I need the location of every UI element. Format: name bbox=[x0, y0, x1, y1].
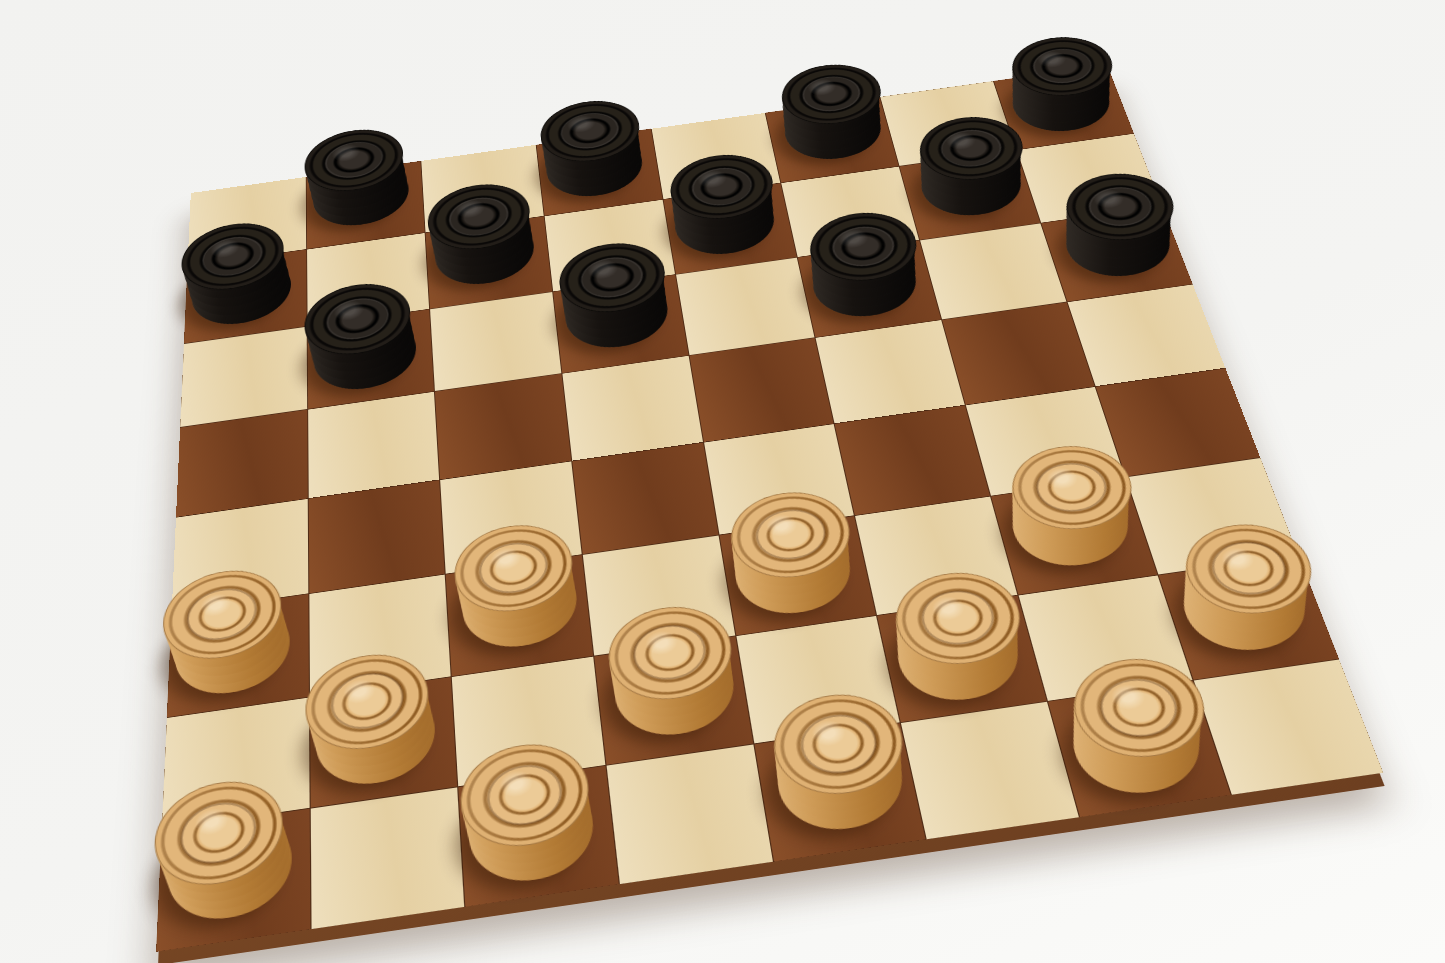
square-r3c3-light bbox=[562, 356, 702, 460]
square-r5c4-dark[interactable] bbox=[719, 516, 876, 635]
square-r6c5-dark[interactable] bbox=[877, 595, 1046, 722]
square-r4c5-dark[interactable] bbox=[835, 405, 990, 515]
square-r7c0-dark[interactable] bbox=[156, 809, 310, 952]
square-r2c3-dark[interactable] bbox=[553, 275, 688, 373]
square-r3c2-dark[interactable] bbox=[435, 374, 571, 479]
checker-light-piece[interactable] bbox=[719, 516, 876, 635]
checker-light-piece[interactable] bbox=[754, 723, 926, 861]
square-r7c1-light bbox=[310, 788, 464, 930]
board-3d-wrapper bbox=[0, 0, 1445, 963]
square-r3c0-dark[interactable] bbox=[176, 410, 307, 517]
square-r7c3-light bbox=[606, 745, 772, 884]
checker-light-piece[interactable] bbox=[167, 594, 309, 717]
checker-light-piece[interactable] bbox=[877, 595, 1046, 722]
checkers-board bbox=[156, 65, 1383, 952]
square-r5c0-dark[interactable] bbox=[167, 594, 309, 717]
square-r7c2-dark[interactable] bbox=[459, 766, 619, 906]
board-3d bbox=[156, 65, 1383, 952]
checker-light-piece[interactable] bbox=[310, 677, 458, 808]
square-r2c4-light bbox=[676, 258, 815, 355]
square-r4c7-dark[interactable] bbox=[1096, 368, 1260, 476]
square-r3c5-light bbox=[816, 320, 965, 423]
checker-light-piece[interactable] bbox=[459, 766, 619, 906]
square-r4c1-dark[interactable] bbox=[308, 480, 445, 594]
checker-light-piece[interactable] bbox=[594, 636, 753, 765]
checker-light-piece[interactable] bbox=[446, 555, 593, 676]
square-r3c4-dark[interactable] bbox=[689, 338, 833, 442]
photo-background bbox=[0, 0, 1445, 963]
square-r6c3-dark[interactable] bbox=[594, 636, 753, 765]
square-r5c2-dark[interactable] bbox=[446, 555, 593, 676]
checker-dark-piece[interactable] bbox=[553, 275, 688, 373]
square-r7c4-dark[interactable] bbox=[754, 723, 926, 861]
checker-light-piece[interactable] bbox=[156, 809, 310, 952]
square-r3c7-light bbox=[1068, 284, 1225, 385]
square-r6c1-dark[interactable] bbox=[310, 677, 458, 808]
square-r7c5-light bbox=[901, 702, 1078, 839]
square-r4c3-dark[interactable] bbox=[572, 442, 718, 554]
